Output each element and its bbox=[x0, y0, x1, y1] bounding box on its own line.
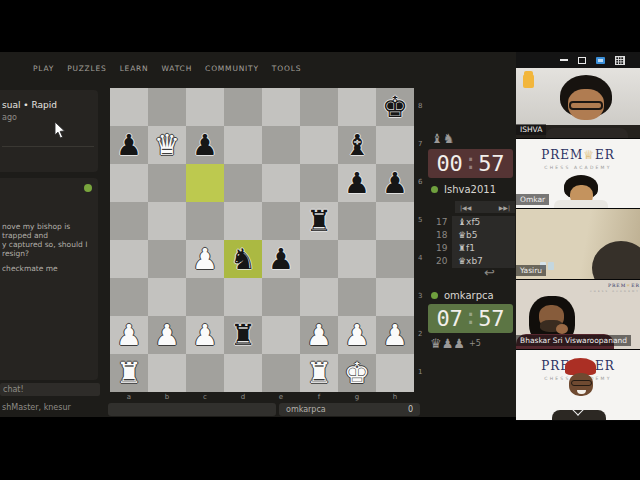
game-info-card: sual • Rapid ago bbox=[0, 90, 98, 172]
square-f5[interactable]: ♜ bbox=[300, 202, 338, 240]
square-b8[interactable] bbox=[148, 88, 186, 126]
video-tile-yasiru[interactable]: Yasiru bbox=[516, 209, 640, 280]
square-c6[interactable] bbox=[186, 164, 224, 202]
square-f2[interactable]: ♟ bbox=[300, 316, 338, 354]
game-time-label: ago bbox=[0, 110, 98, 122]
rank-label-3: 3 bbox=[418, 292, 428, 300]
white-rook[interactable]: ♜ bbox=[110, 354, 148, 392]
black-clock: 00:57 bbox=[428, 149, 513, 178]
square-h8[interactable]: ♚ bbox=[376, 88, 414, 126]
online-dot-icon bbox=[431, 292, 438, 299]
file-label-e: e bbox=[262, 393, 300, 401]
square-h5[interactable] bbox=[376, 202, 414, 240]
square-f1[interactable]: ♜ bbox=[300, 354, 338, 392]
captured-by-black: ♝♞ bbox=[431, 131, 454, 146]
file-label-a: a bbox=[110, 393, 148, 401]
move-row-18[interactable]: 18♛b5 bbox=[430, 229, 515, 242]
square-d3[interactable] bbox=[224, 278, 262, 316]
black-bishop[interactable]: ♝ bbox=[338, 126, 376, 164]
move-row-17[interactable]: 17♝xf5 bbox=[430, 216, 515, 229]
square-b7[interactable]: ♛ bbox=[148, 126, 186, 164]
restore-window-icon[interactable] bbox=[578, 57, 586, 64]
chess-board: ♚♟♛♟♝♟♟♜♟♞♟♟♟♟♜♟♟♟♜♜♚ bbox=[110, 88, 414, 392]
black-player-name[interactable]: Ishva2011 bbox=[444, 184, 496, 195]
black-pawn[interactable]: ♟ bbox=[262, 240, 300, 278]
square-e2[interactable] bbox=[262, 316, 300, 354]
move-row-20[interactable]: 20♛xb7 bbox=[430, 255, 515, 268]
move-row-19[interactable]: 19♜f1 bbox=[430, 242, 515, 255]
file-label-f: f bbox=[300, 393, 338, 401]
mouse-cursor-icon bbox=[54, 122, 66, 143]
black-pawn[interactable]: ♟ bbox=[376, 164, 414, 202]
square-f3[interactable] bbox=[300, 278, 338, 316]
square-c3[interactable] bbox=[186, 278, 224, 316]
square-d2[interactable]: ♜ bbox=[224, 316, 262, 354]
square-g7[interactable]: ♝ bbox=[338, 126, 376, 164]
white-pawn[interactable]: ♟ bbox=[186, 316, 224, 354]
square-g8[interactable] bbox=[338, 88, 376, 126]
glasses-icon bbox=[571, 380, 592, 386]
square-e6[interactable] bbox=[262, 164, 300, 202]
square-c8[interactable] bbox=[186, 88, 224, 126]
square-a2[interactable]: ♟ bbox=[110, 316, 148, 354]
gallery-grid-icon[interactable] bbox=[615, 56, 625, 65]
square-h6[interactable]: ♟ bbox=[376, 164, 414, 202]
square-a6[interactable] bbox=[110, 164, 148, 202]
black-knight[interactable]: ♞ bbox=[224, 240, 262, 278]
nav-item-community[interactable]: COMMUNITY bbox=[205, 64, 259, 73]
bottom-bar-player-name: omkarpca bbox=[279, 405, 326, 414]
nav-item-play[interactable]: PLAY bbox=[33, 64, 54, 73]
online-dot-icon bbox=[431, 186, 438, 193]
raised-hand-icon bbox=[523, 74, 534, 88]
rank-label-7: 7 bbox=[418, 140, 428, 148]
nav-item-tools[interactable]: TOOLS bbox=[272, 64, 301, 73]
black-pawn[interactable]: ♟ bbox=[338, 164, 376, 202]
square-c2[interactable]: ♟ bbox=[186, 316, 224, 354]
divider bbox=[2, 146, 94, 147]
square-d1[interactable] bbox=[224, 354, 262, 392]
video-tile-omkar[interactable]: PREM♕ERCHESS ACADEMYOmkar bbox=[516, 139, 640, 210]
nav-item-watch[interactable]: WATCH bbox=[162, 64, 193, 73]
white-player-name[interactable]: omkarpca bbox=[444, 290, 494, 301]
square-g1[interactable]: ♚ bbox=[338, 354, 376, 392]
takeback-arrow-icon[interactable]: ↩ bbox=[484, 265, 495, 280]
square-b3[interactable] bbox=[148, 278, 186, 316]
captured-knight-icon: ♞ bbox=[443, 131, 455, 146]
jump-to-start-button[interactable]: |◀◀ bbox=[460, 204, 471, 211]
square-h1[interactable] bbox=[376, 354, 414, 392]
nav-item-learn[interactable]: LEARN bbox=[120, 64, 149, 73]
square-a7[interactable]: ♟ bbox=[110, 126, 148, 164]
square-b5[interactable] bbox=[148, 202, 186, 240]
rank-label-6: 6 bbox=[418, 178, 428, 186]
chat-message: nove my bishop is trapped and bbox=[0, 222, 98, 240]
black-pawn[interactable]: ♟ bbox=[186, 126, 224, 164]
chess-app-window: PLAYPUZZLESLEARNWATCHCOMMUNITYTOOLS sual… bbox=[0, 52, 516, 417]
premier-logo: PREM♕ER bbox=[516, 148, 640, 162]
square-h7[interactable] bbox=[376, 126, 414, 164]
glasses-icon bbox=[569, 101, 603, 110]
square-d6[interactable] bbox=[224, 164, 262, 202]
video-window-controls bbox=[516, 52, 640, 68]
video-tile-bhaskar-sri-viswaroopanand[interactable]: PREM♕ERCHESS ACADEMYBhaskar Sri Viswaroo… bbox=[516, 280, 640, 351]
square-a3[interactable] bbox=[110, 278, 148, 316]
participant-name-label: Bhaskar Sri Viswaroopanand bbox=[516, 335, 631, 346]
square-b4[interactable] bbox=[148, 240, 186, 278]
square-e3[interactable] bbox=[262, 278, 300, 316]
square-c1[interactable] bbox=[186, 354, 224, 392]
square-g6[interactable]: ♟ bbox=[338, 164, 376, 202]
square-f6[interactable] bbox=[300, 164, 338, 202]
bottom-bar-value: 0 bbox=[408, 405, 420, 414]
white-king[interactable]: ♚ bbox=[338, 354, 376, 392]
video-tile-participant-5[interactable]: PREM♕ERCHESS ACADEMY bbox=[516, 350, 640, 421]
square-h3[interactable] bbox=[376, 278, 414, 316]
black-pawn[interactable]: ♟ bbox=[110, 126, 148, 164]
file-label-c: c bbox=[186, 393, 224, 401]
move-san[interactable]: ♛b5 bbox=[452, 229, 515, 242]
premier-logo: PREM♕ER bbox=[516, 283, 640, 288]
move-list: 17♝xf518♛b519♜f120♛xb7 bbox=[430, 216, 515, 268]
top-nav: PLAYPUZZLESLEARNWATCHCOMMUNITYTOOLS bbox=[33, 64, 301, 73]
square-g2[interactable]: ♟ bbox=[338, 316, 376, 354]
captured-by-white: ♛♟♟+5 bbox=[430, 336, 481, 351]
square-c5[interactable] bbox=[186, 202, 224, 240]
square-a8[interactable] bbox=[110, 88, 148, 126]
square-f4[interactable] bbox=[300, 240, 338, 278]
rank-label-2: 2 bbox=[418, 330, 428, 338]
rank-label-8: 8 bbox=[418, 102, 428, 110]
square-e4[interactable]: ♟ bbox=[262, 240, 300, 278]
square-b2[interactable]: ♟ bbox=[148, 316, 186, 354]
participant-name-label: ISHVA bbox=[516, 124, 546, 135]
move-san[interactable]: ♜f1 bbox=[452, 242, 515, 255]
video-tile-ishva[interactable]: ISHVA bbox=[516, 68, 640, 139]
black-rook[interactable]: ♜ bbox=[300, 202, 338, 240]
square-g5[interactable] bbox=[338, 202, 376, 240]
captured-queen-icon: ♛ bbox=[430, 336, 442, 351]
square-g4[interactable] bbox=[338, 240, 376, 278]
square-g3[interactable] bbox=[338, 278, 376, 316]
white-pawn[interactable]: ♟ bbox=[110, 316, 148, 354]
minimize-icon[interactable] bbox=[560, 59, 568, 61]
square-a1[interactable]: ♜ bbox=[110, 354, 148, 392]
white-player-row: omkarpca bbox=[431, 290, 494, 301]
square-f8[interactable] bbox=[300, 88, 338, 126]
screen: { "game": "chess", "position": { "fen": … bbox=[0, 0, 640, 480]
square-h4[interactable] bbox=[376, 240, 414, 278]
square-a5[interactable] bbox=[110, 202, 148, 240]
square-e1[interactable] bbox=[262, 354, 300, 392]
nav-item-puzzles[interactable]: PUZZLES bbox=[67, 64, 106, 73]
square-f7[interactable] bbox=[300, 126, 338, 164]
file-label-g: g bbox=[338, 393, 376, 401]
file-label-b: b bbox=[148, 393, 186, 401]
rank-label-1: 1 bbox=[418, 368, 428, 376]
rank-label-4: 4 bbox=[418, 254, 428, 262]
move-san[interactable]: ♝xf5 bbox=[452, 216, 515, 229]
white-queen[interactable]: ♛ bbox=[148, 126, 186, 164]
square-d5[interactable] bbox=[224, 202, 262, 240]
white-rook[interactable]: ♜ bbox=[300, 354, 338, 392]
file-label-h: h bbox=[376, 393, 414, 401]
square-d4[interactable]: ♞ bbox=[224, 240, 262, 278]
square-h2[interactable]: ♟ bbox=[376, 316, 414, 354]
board-chat-input[interactable] bbox=[108, 403, 276, 416]
square-d8[interactable] bbox=[224, 88, 262, 126]
material-advantage: +5 bbox=[469, 339, 481, 348]
white-pawn[interactable]: ♟ bbox=[300, 316, 338, 354]
chat-message: y captured so, should I resign? bbox=[0, 240, 98, 258]
chat-input[interactable] bbox=[0, 383, 100, 396]
white-clock: 07:57 bbox=[428, 304, 513, 333]
white-pawn[interactable]: ♟ bbox=[148, 316, 186, 354]
white-pawn[interactable]: ♟ bbox=[376, 316, 414, 354]
jump-to-end-button[interactable]: ▶▶| bbox=[499, 204, 510, 211]
white-pawn[interactable]: ♟ bbox=[338, 316, 376, 354]
captured-pawn-icon: ♟ bbox=[442, 336, 454, 351]
participant-name-label: Yasiru bbox=[516, 265, 546, 276]
square-e5[interactable] bbox=[262, 202, 300, 240]
online-indicator-icon bbox=[84, 184, 92, 192]
square-b6[interactable] bbox=[148, 164, 186, 202]
chat-message: checkmate me bbox=[0, 264, 98, 273]
bottom-player-bar: omkarpca 0 bbox=[279, 403, 420, 416]
game-type-label: sual • Rapid bbox=[0, 90, 98, 110]
view-mode-icon[interactable] bbox=[596, 57, 605, 64]
square-c4[interactable]: ♟ bbox=[186, 240, 224, 278]
black-king[interactable]: ♚ bbox=[376, 88, 414, 126]
square-d7[interactable] bbox=[224, 126, 262, 164]
move-nav-controls: |◀◀ ▶▶| bbox=[455, 201, 515, 213]
chat-panel: nove my bishop is trapped and y captured… bbox=[0, 178, 98, 380]
black-rook[interactable]: ♜ bbox=[224, 316, 262, 354]
video-call-strip: ISHVAPREM♕ERCHESS ACADEMYOmkarYasiruPREM… bbox=[516, 52, 640, 416]
participant-name-label: Omkar bbox=[516, 194, 549, 205]
square-a4[interactable] bbox=[110, 240, 148, 278]
captured-pawn-icon: ♟ bbox=[453, 336, 465, 351]
spectator-list: shMaster, knesur bbox=[2, 403, 71, 412]
rank-label-5: 5 bbox=[418, 216, 428, 224]
square-b1[interactable] bbox=[148, 354, 186, 392]
black-player-row: Ishva2011 bbox=[431, 184, 496, 195]
captured-bishop-icon: ♝ bbox=[431, 131, 443, 146]
white-pawn[interactable]: ♟ bbox=[186, 240, 224, 278]
square-c7[interactable]: ♟ bbox=[186, 126, 224, 164]
file-label-d: d bbox=[224, 393, 262, 401]
square-e8[interactable] bbox=[262, 88, 300, 126]
square-e7[interactable] bbox=[262, 126, 300, 164]
